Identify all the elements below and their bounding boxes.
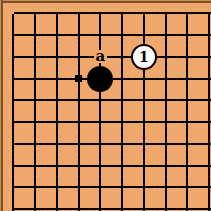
board-intersection[interactable]: [3, 46, 25, 68]
board-intersection[interactable]: [68, 3, 90, 25]
board-intersection[interactable]: [3, 68, 25, 90]
board-intersection[interactable]: [177, 46, 199, 68]
board-intersection[interactable]: [24, 111, 46, 133]
board-intersection[interactable]: [90, 24, 112, 46]
board-intersection[interactable]: [3, 133, 25, 155]
board-intersection[interactable]: [133, 111, 155, 133]
board-intersection[interactable]: [177, 111, 199, 133]
board-intersection[interactable]: [111, 68, 133, 90]
board-intersection[interactable]: [198, 155, 211, 177]
go-grid: a1: [3, 3, 211, 211]
board-intersection[interactable]: [46, 111, 68, 133]
board-intersection[interactable]: [198, 177, 211, 199]
board-intersection[interactable]: [111, 90, 133, 112]
board-intersection[interactable]: [90, 111, 112, 133]
move-number-label: 1: [139, 50, 149, 64]
board-intersection[interactable]: [68, 90, 90, 112]
board-intersection[interactable]: [155, 155, 177, 177]
board-intersection[interactable]: [68, 46, 90, 68]
board-intersection[interactable]: [133, 133, 155, 155]
board-intersection[interactable]: [198, 198, 211, 211]
hoshi-point-marker: [75, 75, 82, 82]
board-edge-top: [0, 0, 211, 3]
board-intersection[interactable]: a: [90, 46, 112, 68]
board-intersection[interactable]: [155, 177, 177, 199]
board-intersection[interactable]: [68, 133, 90, 155]
board-intersection[interactable]: [198, 133, 211, 155]
board-intersection[interactable]: [24, 155, 46, 177]
board-intersection[interactable]: [68, 198, 90, 211]
board-intersection[interactable]: [90, 133, 112, 155]
board-intersection[interactable]: [24, 24, 46, 46]
board-intersection[interactable]: [177, 198, 199, 211]
board-intersection[interactable]: [46, 46, 68, 68]
board-intersection[interactable]: [155, 46, 177, 68]
board-intersection[interactable]: [3, 155, 25, 177]
board-intersection[interactable]: [177, 68, 199, 90]
board-intersection[interactable]: [177, 177, 199, 199]
board-intersection[interactable]: [111, 198, 133, 211]
board-intersection[interactable]: [177, 133, 199, 155]
board-intersection[interactable]: [198, 46, 211, 68]
white-stone: 1: [131, 44, 157, 70]
board-intersection[interactable]: [46, 68, 68, 90]
board-intersection[interactable]: [155, 3, 177, 25]
board-intersection[interactable]: [111, 155, 133, 177]
board-intersection[interactable]: [68, 111, 90, 133]
board-intersection[interactable]: [46, 24, 68, 46]
board-intersection[interactable]: [90, 90, 112, 112]
board-intersection[interactable]: [24, 68, 46, 90]
board-intersection[interactable]: [155, 133, 177, 155]
board-intersection[interactable]: [24, 133, 46, 155]
board-intersection[interactable]: [90, 155, 112, 177]
board-intersection[interactable]: [177, 155, 199, 177]
board-intersection[interactable]: [155, 90, 177, 112]
board-intersection[interactable]: [3, 177, 25, 199]
board-intersection[interactable]: [133, 90, 155, 112]
board-intersection[interactable]: [133, 177, 155, 199]
board-intersection[interactable]: [90, 177, 112, 199]
board-intersection[interactable]: [133, 24, 155, 46]
board-intersection[interactable]: [46, 90, 68, 112]
board-intersection[interactable]: [111, 24, 133, 46]
board-intersection[interactable]: [46, 3, 68, 25]
board-intersection[interactable]: [46, 155, 68, 177]
board-intersection[interactable]: [198, 111, 211, 133]
board-intersection[interactable]: [111, 177, 133, 199]
board-intersection[interactable]: [111, 133, 133, 155]
board-intersection[interactable]: [3, 90, 25, 112]
board-intersection[interactable]: [24, 177, 46, 199]
board-intersection[interactable]: [3, 3, 25, 25]
board-intersection[interactable]: [177, 24, 199, 46]
board-intersection[interactable]: [90, 3, 112, 25]
board-intersection[interactable]: [68, 177, 90, 199]
board-intersection[interactable]: [198, 68, 211, 90]
board-intersection[interactable]: [24, 198, 46, 211]
board-intersection[interactable]: [90, 68, 112, 90]
board-intersection[interactable]: [155, 111, 177, 133]
board-intersection[interactable]: [133, 198, 155, 211]
board-intersection[interactable]: [3, 111, 25, 133]
board-intersection[interactable]: [3, 198, 25, 211]
go-board-diagram: a1: [0, 0, 211, 211]
board-intersection[interactable]: [24, 3, 46, 25]
board-intersection[interactable]: [198, 90, 211, 112]
board-intersection[interactable]: [111, 3, 133, 25]
board-intersection[interactable]: [68, 68, 90, 90]
board-intersection[interactable]: [133, 68, 155, 90]
board-intersection[interactable]: [24, 90, 46, 112]
board-edge-left: [0, 0, 3, 211]
board-intersection[interactable]: [155, 68, 177, 90]
board-intersection[interactable]: [177, 3, 199, 25]
board-intersection[interactable]: [198, 3, 211, 25]
point-label-a: a: [94, 50, 108, 63]
board-intersection[interactable]: [68, 24, 90, 46]
board-intersection[interactable]: [111, 46, 133, 68]
board-intersection[interactable]: [155, 198, 177, 211]
board-intersection[interactable]: [177, 90, 199, 112]
board-intersection[interactable]: [46, 133, 68, 155]
board-intersection[interactable]: [90, 198, 112, 211]
board-intersection[interactable]: [133, 3, 155, 25]
board-intersection[interactable]: [24, 46, 46, 68]
board-intersection[interactable]: [46, 198, 68, 211]
board-intersection[interactable]: [133, 155, 155, 177]
board-intersection[interactable]: [3, 24, 25, 46]
board-intersection[interactable]: 1: [133, 46, 155, 68]
board-intersection[interactable]: [198, 24, 211, 46]
board-intersection[interactable]: [111, 111, 133, 133]
black-stone: [87, 66, 113, 92]
board-intersection[interactable]: [46, 177, 68, 199]
board-intersection[interactable]: [155, 24, 177, 46]
board-intersection[interactable]: [68, 155, 90, 177]
